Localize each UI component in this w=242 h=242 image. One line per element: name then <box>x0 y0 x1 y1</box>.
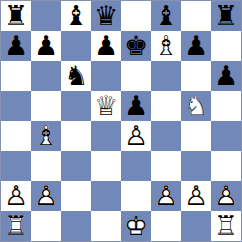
square-b8[interactable] <box>31 1 61 31</box>
white-pawn-icon: ♙ <box>121 121 151 151</box>
piece-white-king: ♚♔ <box>121 211 151 241</box>
square-f1[interactable] <box>151 211 181 241</box>
square-b1[interactable] <box>31 211 61 241</box>
square-a5[interactable] <box>1 91 31 121</box>
square-a7[interactable]: ♟ <box>1 31 31 61</box>
square-b5[interactable] <box>31 91 61 121</box>
square-d4[interactable] <box>91 121 121 151</box>
square-f5[interactable] <box>151 91 181 121</box>
square-g2[interactable]: ♟♙ <box>181 181 211 211</box>
piece-white-pawn: ♟♙ <box>151 181 181 211</box>
square-d7[interactable]: ♟ <box>91 31 121 61</box>
square-a8[interactable]: ♜ <box>1 1 31 31</box>
piece-white-pawn: ♟♙ <box>181 181 211 211</box>
square-g3[interactable] <box>181 151 211 181</box>
piece-white-queen: ♛♕ <box>91 91 121 121</box>
square-f6[interactable] <box>151 61 181 91</box>
square-g6[interactable] <box>181 61 211 91</box>
piece-white-bishop: ♝♗ <box>151 31 181 61</box>
square-d5[interactable]: ♛♕ <box>91 91 121 121</box>
square-g5[interactable]: ♞♘ <box>181 91 211 121</box>
white-queen-icon: ♕ <box>91 91 121 121</box>
square-a1[interactable]: ♜♖ <box>1 211 31 241</box>
square-e3[interactable] <box>121 151 151 181</box>
square-c6[interactable]: ♞ <box>61 61 91 91</box>
piece-black-pawn: ♟ <box>91 31 121 61</box>
square-c3[interactable] <box>61 151 91 181</box>
black-pawn-icon: ♟ <box>211 61 241 91</box>
square-b3[interactable] <box>31 151 61 181</box>
square-c7[interactable] <box>61 31 91 61</box>
square-h6[interactable]: ♟ <box>211 61 241 91</box>
piece-white-rook: ♜♖ <box>211 211 241 241</box>
square-d8[interactable]: ♛ <box>91 1 121 31</box>
white-rook-icon: ♖ <box>211 211 241 241</box>
square-e7[interactable]: ♚ <box>121 31 151 61</box>
square-d1[interactable] <box>91 211 121 241</box>
square-h3[interactable] <box>211 151 241 181</box>
chessboard: ♜♝♛♝♜♟♟♟♚♝♗♟♞♟♛♕♟♞♘♝♗♟♙♟♙♟♙♟♙♟♙♟♙♜♖♚♔♜♖ <box>0 0 242 242</box>
square-d3[interactable] <box>91 151 121 181</box>
black-pawn-icon: ♟ <box>31 31 61 61</box>
black-bishop-icon: ♝ <box>61 1 91 31</box>
white-pawn-icon: ♙ <box>1 181 31 211</box>
piece-white-bishop: ♝♗ <box>31 121 61 151</box>
square-h7[interactable] <box>211 31 241 61</box>
square-e6[interactable] <box>121 61 151 91</box>
square-c1[interactable] <box>61 211 91 241</box>
square-e8[interactable] <box>121 1 151 31</box>
white-pawn-icon: ♙ <box>151 181 181 211</box>
square-f3[interactable] <box>151 151 181 181</box>
white-pawn-icon: ♙ <box>181 181 211 211</box>
square-e2[interactable] <box>121 181 151 211</box>
piece-white-pawn: ♟♙ <box>1 181 31 211</box>
square-b7[interactable]: ♟ <box>31 31 61 61</box>
square-f4[interactable] <box>151 121 181 151</box>
black-pawn-icon: ♟ <box>91 31 121 61</box>
square-a6[interactable] <box>1 61 31 91</box>
square-c8[interactable]: ♝ <box>61 1 91 31</box>
black-knight-icon: ♞ <box>61 61 91 91</box>
square-d2[interactable] <box>91 181 121 211</box>
piece-black-knight: ♞ <box>61 61 91 91</box>
square-h4[interactable] <box>211 121 241 151</box>
piece-black-pawn: ♟ <box>181 31 211 61</box>
piece-white-pawn: ♟♙ <box>31 181 61 211</box>
piece-black-pawn: ♟ <box>211 61 241 91</box>
square-c4[interactable] <box>61 121 91 151</box>
black-bishop-icon: ♝ <box>151 1 181 31</box>
square-b2[interactable]: ♟♙ <box>31 181 61 211</box>
square-f8[interactable]: ♝ <box>151 1 181 31</box>
square-h2[interactable]: ♟♙ <box>211 181 241 211</box>
black-pawn-icon: ♟ <box>1 31 31 61</box>
square-g4[interactable] <box>181 121 211 151</box>
black-pawn-icon: ♟ <box>181 31 211 61</box>
piece-black-king: ♚ <box>121 31 151 61</box>
white-bishop-icon: ♗ <box>151 31 181 61</box>
piece-black-pawn: ♟ <box>1 31 31 61</box>
white-pawn-icon: ♙ <box>211 181 241 211</box>
square-b6[interactable] <box>31 61 61 91</box>
piece-black-bishop: ♝ <box>151 1 181 31</box>
black-pawn-icon: ♟ <box>121 91 151 121</box>
square-h1[interactable]: ♜♖ <box>211 211 241 241</box>
square-b4[interactable]: ♝♗ <box>31 121 61 151</box>
square-f7[interactable]: ♝♗ <box>151 31 181 61</box>
piece-black-queen: ♛ <box>91 1 121 31</box>
square-g1[interactable] <box>181 211 211 241</box>
piece-black-rook: ♜ <box>211 1 241 31</box>
square-c2[interactable] <box>61 181 91 211</box>
square-g8[interactable] <box>181 1 211 31</box>
square-c5[interactable] <box>61 91 91 121</box>
square-a3[interactable] <box>1 151 31 181</box>
square-h5[interactable] <box>211 91 241 121</box>
white-king-icon: ♔ <box>121 211 151 241</box>
square-f2[interactable]: ♟♙ <box>151 181 181 211</box>
square-a4[interactable] <box>1 121 31 151</box>
square-h8[interactable]: ♜ <box>211 1 241 31</box>
square-a2[interactable]: ♟♙ <box>1 181 31 211</box>
black-king-icon: ♚ <box>121 31 151 61</box>
square-e4[interactable]: ♟♙ <box>121 121 151 151</box>
piece-black-rook: ♜ <box>1 1 31 31</box>
black-queen-icon: ♛ <box>91 1 121 31</box>
piece-black-pawn: ♟ <box>31 31 61 61</box>
black-rook-icon: ♜ <box>1 1 31 31</box>
white-knight-icon: ♘ <box>181 91 211 121</box>
square-g7[interactable]: ♟ <box>181 31 211 61</box>
square-e5[interactable]: ♟ <box>121 91 151 121</box>
piece-white-knight: ♞♘ <box>181 91 211 121</box>
black-rook-icon: ♜ <box>211 1 241 31</box>
piece-white-rook: ♜♖ <box>1 211 31 241</box>
piece-white-pawn: ♟♙ <box>211 181 241 211</box>
piece-black-pawn: ♟ <box>121 91 151 121</box>
piece-black-bishop: ♝ <box>61 1 91 31</box>
white-rook-icon: ♖ <box>1 211 31 241</box>
white-bishop-icon: ♗ <box>31 121 61 151</box>
square-e1[interactable]: ♚♔ <box>121 211 151 241</box>
square-d6[interactable] <box>91 61 121 91</box>
white-pawn-icon: ♙ <box>31 181 61 211</box>
piece-white-pawn: ♟♙ <box>121 121 151 151</box>
